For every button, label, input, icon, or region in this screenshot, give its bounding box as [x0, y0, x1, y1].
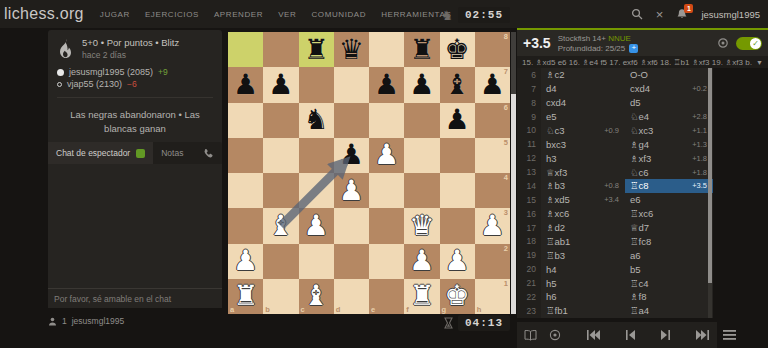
eval-gauge	[511, 32, 516, 314]
black-move[interactable]: b5	[625, 262, 675, 276]
square-b3[interactable]: ♝	[263, 208, 298, 243]
move-row-14: 14♗b3+0.8♖c8+3.5	[517, 179, 713, 193]
move-number: 12	[517, 151, 541, 165]
chat-tab-label: Chat de espectador	[56, 148, 130, 158]
file-label-d: d	[336, 306, 341, 314]
black-move[interactable]: ♘c6	[625, 165, 675, 179]
square-b7[interactable]: ♟	[263, 67, 298, 102]
black-move[interactable]: ♗xf3	[625, 151, 675, 165]
square-d1[interactable]: d	[334, 279, 369, 314]
black-king-g8: ♚	[440, 32, 475, 67]
move-number: 8	[517, 96, 541, 110]
white-move[interactable]: ♖fb1	[541, 304, 587, 318]
black-move[interactable]: ♖xc6	[625, 207, 675, 221]
square-a3[interactable]	[228, 208, 263, 243]
engine-nnue-badge: NNUE	[608, 34, 631, 43]
square-h4[interactable]: 4	[475, 173, 510, 208]
move-row-19: 19♖b3a6	[517, 248, 713, 262]
rank-label-7: 7	[504, 68, 508, 76]
black-move[interactable]: ♕d7	[625, 221, 675, 235]
move-row-22: 22h6♗f8	[517, 290, 713, 304]
chat-input[interactable]	[48, 294, 222, 304]
chat-box: Chat de espectador Notas	[48, 142, 222, 308]
notification-bell-icon[interactable]: 1	[676, 8, 688, 20]
square-a5[interactable]	[228, 138, 263, 173]
white-move[interactable]: ♘c3	[541, 124, 587, 138]
rank-label-2: 2	[504, 245, 508, 253]
first-move-button[interactable]	[587, 330, 600, 340]
chat-input-row	[48, 288, 222, 308]
square-g7[interactable]: ♝	[440, 67, 475, 102]
engine-depth: Profundidad: 25/25	[558, 44, 626, 53]
player-name: vjap55 (2130)	[67, 79, 122, 89]
white-move-eval	[587, 290, 625, 304]
white-move-eval	[587, 221, 625, 235]
square-g6[interactable]: ♟	[440, 103, 475, 138]
square-h3[interactable]: 3♟	[475, 208, 510, 243]
move-row-8: 8cxd4d5	[517, 96, 713, 110]
move-number: 16	[517, 207, 541, 221]
clock-black: ♞ 02:55	[228, 7, 510, 23]
square-g1[interactable]: g♚	[440, 279, 475, 314]
rank-label-8: 8	[504, 33, 508, 41]
nav-right: × 1 jesusmgl1995	[631, 8, 760, 21]
move-row-11: 11bxc3♗g4+1.3	[517, 137, 713, 151]
square-c8[interactable]: ♜	[299, 32, 334, 67]
engine-toggle-knob: ✓	[750, 38, 761, 49]
white-move[interactable]: h6	[541, 290, 587, 304]
black-move[interactable]: ♗g4	[625, 137, 675, 151]
white-pawn-f2: ♟	[404, 244, 439, 279]
clock-white-time: 04:13	[458, 315, 510, 331]
square-b8[interactable]	[263, 32, 298, 67]
square-d3[interactable]	[334, 208, 369, 243]
square-c1[interactable]: c♝	[299, 279, 334, 314]
engine-eval: +3.5	[523, 35, 551, 51]
white-move[interactable]: e5	[541, 110, 587, 124]
square-f7[interactable]: ♟	[404, 67, 439, 102]
file-label-c: c	[301, 306, 305, 314]
pv-text: 15. ♗xd5 e6 16. ♗e4 f5 17. exf6 ♗xf6 18.…	[522, 58, 752, 67]
move-number: 14	[517, 179, 541, 193]
square-g8[interactable]: ♚	[440, 32, 475, 67]
square-c5[interactable]	[299, 138, 334, 173]
prev-move-button[interactable]	[626, 330, 635, 340]
nav-item-ejercicios[interactable]: EJERCICIOS	[145, 10, 199, 19]
white-rook-f1: ♜	[404, 279, 439, 314]
white-queen-f3: ♛	[404, 208, 439, 243]
square-a7[interactable]: ♟	[228, 67, 263, 102]
move-number: 19	[517, 248, 541, 262]
pv-row[interactable]: 15. ♗xd5 e6 16. ♗e4 f5 17. exf6 ♗xf6 18.…	[517, 56, 768, 68]
square-a8[interactable]	[228, 32, 263, 67]
move-row-13: 13♕xf3♘c6+1.8	[517, 165, 713, 179]
black-move[interactable]: ♗f8	[625, 290, 675, 304]
player-name: jesusmgl1995 (2085)	[69, 67, 153, 77]
game-meta-line2: hace 2 días	[82, 50, 179, 60]
square-e5[interactable]: ♟	[369, 138, 404, 173]
black-move[interactable]: ♖fc8	[625, 235, 675, 249]
next-move-button[interactable]	[661, 330, 670, 340]
white-move[interactable]: h5	[541, 276, 587, 290]
square-e7[interactable]: ♟	[369, 67, 404, 102]
rank-label-1: 1	[504, 280, 508, 288]
black-move[interactable]: cxd4	[625, 82, 675, 96]
move-list-scrollbar[interactable]	[708, 68, 712, 318]
rating-delta: +9	[158, 67, 168, 77]
move-row-10: 10♘c3+0.9♘xc3+1.1	[517, 124, 713, 138]
clock-white: 04:13	[228, 315, 510, 331]
lichess-app: lichess.org JUGAREJERCICIOSAPRENDERVERCO…	[0, 0, 768, 348]
square-b6[interactable]	[263, 103, 298, 138]
nav-username[interactable]: jesusmgl1995	[701, 9, 760, 20]
square-f8[interactable]: ♜	[404, 32, 439, 67]
square-d2[interactable]	[334, 244, 369, 279]
square-f6[interactable]	[404, 103, 439, 138]
black-rook-c8: ♜	[299, 32, 334, 67]
move-number: 13	[517, 165, 541, 179]
move-number: 9	[517, 110, 541, 124]
square-e4[interactable]	[369, 173, 404, 208]
lichess-logo[interactable]: lichess.org	[4, 5, 84, 23]
chevron-down-icon[interactable]: ▼	[756, 59, 763, 66]
white-move[interactable]: h4	[541, 262, 587, 276]
move-row-7: 7d4cxd4+0.2	[517, 82, 713, 96]
black-move[interactable]: ♘e4	[625, 110, 675, 124]
square-d7[interactable]	[334, 67, 369, 102]
square-c2[interactable]	[299, 244, 334, 279]
chat-toggle[interactable]	[136, 149, 145, 158]
white-pawn-a2: ♟	[228, 244, 263, 279]
black-move[interactable]: a6	[625, 248, 675, 262]
black-rook-f8: ♜	[404, 32, 439, 67]
rating-delta: −6	[127, 79, 137, 89]
square-b5[interactable]	[263, 138, 298, 173]
opening-book-icon[interactable]	[524, 330, 537, 341]
search-icon[interactable]	[631, 8, 643, 20]
square-c7[interactable]	[299, 67, 334, 102]
move-number: 22	[517, 290, 541, 304]
square-e1[interactable]: e	[369, 279, 404, 314]
black-pawn-g6: ♟	[440, 103, 475, 138]
square-h5[interactable]: 5	[475, 138, 510, 173]
black-pawn-f7: ♟	[404, 67, 439, 102]
square-h6[interactable]: 6	[475, 103, 510, 138]
rank-label-5: 5	[504, 139, 508, 147]
file-label-g: g	[442, 306, 447, 314]
file-label-e: e	[371, 306, 375, 314]
white-move[interactable]: ♗c2	[541, 68, 587, 82]
move-number: 21	[517, 276, 541, 290]
white-move-eval	[587, 165, 625, 179]
white-move-eval	[587, 207, 625, 221]
white-move-eval: +0.9	[587, 124, 625, 138]
menu-icon[interactable]	[723, 330, 736, 340]
move-number: 23	[517, 304, 541, 318]
white-move[interactable]: ♗d2	[541, 221, 587, 235]
game-meta-line1: 5+0 • Por puntos • Blitz	[82, 37, 179, 48]
square-d6[interactable]	[334, 103, 369, 138]
player-black[interactable]: vjap55 (2130)−6	[57, 79, 213, 89]
square-b4[interactable]	[263, 173, 298, 208]
black-move[interactable]: d5	[625, 96, 675, 110]
square-h8[interactable]: 8	[475, 32, 510, 67]
spectator-names[interactable]: jesusmgl1995	[72, 316, 124, 326]
white-move-eval	[587, 82, 625, 96]
black-queen-d8: ♛	[334, 32, 369, 67]
scrollbar-thumb[interactable]	[708, 68, 712, 283]
hourglass-icon	[444, 317, 453, 329]
gear-icon[interactable]	[717, 37, 729, 49]
black-move[interactable]: e6	[625, 193, 675, 207]
rank-label-6: 6	[504, 104, 508, 112]
game-result-text: Las negras abandonaron • Las blancas gan…	[57, 104, 213, 144]
white-pawn-e5: ♟	[369, 138, 404, 173]
player-white[interactable]: jesusmgl1995 (2085)+9	[57, 67, 213, 77]
move-number: 15	[517, 193, 541, 207]
white-bishop-b3: ♝	[263, 208, 298, 243]
white-move[interactable]: bxc3	[541, 137, 587, 151]
white-move[interactable]: ♖b3	[541, 248, 587, 262]
captured-knight-icon: ♞	[441, 9, 453, 22]
spectator-row: 1 jesusmgl1995	[48, 316, 124, 326]
file-label-h: h	[477, 306, 482, 314]
white-move-eval: +3.4	[587, 193, 625, 207]
square-h1[interactable]: h1	[475, 279, 510, 314]
square-f5[interactable]	[404, 138, 439, 173]
square-e3[interactable]	[369, 208, 404, 243]
rank-label-4: 4	[504, 174, 508, 182]
square-e2[interactable]	[369, 244, 404, 279]
move-row-23: 23♖fb1♖a4	[517, 304, 713, 318]
practice-target-icon[interactable]	[549, 329, 561, 341]
black-move[interactable]: O-O	[625, 68, 675, 82]
move-number: 17	[517, 221, 541, 235]
white-move-eval	[587, 68, 625, 82]
square-h2[interactable]: 2	[475, 244, 510, 279]
move-number: 18	[517, 235, 541, 249]
analysis-panel: +3.5 Stockfish 14+ NNUE Profundidad: 25/…	[517, 28, 768, 348]
add-depth-button[interactable]: +	[629, 44, 638, 53]
white-pawn-g2: ♟	[440, 244, 475, 279]
square-d5[interactable]: ♟	[334, 138, 369, 173]
square-d8[interactable]: ♛	[334, 32, 369, 67]
black-pawn-b7: ♟	[263, 67, 298, 102]
white-move[interactable]: ♗b3	[541, 179, 587, 193]
notes-tab-label: Notas	[161, 148, 183, 158]
move-row-15: 15♗xd5+3.4e6	[517, 193, 713, 207]
move-table: 6♗c2O-O7d4cxd4+0.28cxd4d59e5♘e4+2.810♘c3…	[517, 68, 713, 318]
square-b1[interactable]: b	[263, 279, 298, 314]
white-move[interactable]: ♖ab1	[541, 235, 587, 249]
square-c4[interactable]	[299, 173, 334, 208]
white-move-eval	[587, 248, 625, 262]
square-g5[interactable]	[440, 138, 475, 173]
player-list: jesusmgl1995 (2085)+9vjap55 (2130)−6	[57, 67, 213, 98]
engine-toggle[interactable]: ✓	[736, 37, 762, 50]
square-e8[interactable]	[369, 32, 404, 67]
white-move-eval	[587, 235, 625, 249]
engine-header: +3.5 Stockfish 14+ NNUE Profundidad: 25/…	[517, 28, 768, 56]
move-number: 11	[517, 137, 541, 151]
move-number: 20	[517, 262, 541, 276]
black-move[interactable]: ♘xc3	[625, 124, 675, 138]
white-move-eval	[587, 110, 625, 124]
engine-name: Stockfish 14+	[558, 34, 606, 43]
black-pawn-d5: ♟	[334, 138, 369, 173]
black-knight-c6: ♞	[299, 103, 334, 138]
white-disc-icon	[57, 69, 64, 76]
tab-spectator-chat[interactable]: Chat de espectador	[48, 142, 153, 164]
white-move[interactable]: ♗xc6	[541, 207, 587, 221]
move-row-17: 17♗d2♕d7	[517, 221, 713, 235]
person-icon	[48, 317, 57, 326]
square-g4[interactable]	[440, 173, 475, 208]
black-move[interactable]: ♖a4	[625, 304, 675, 318]
move-row-6: 6♗c2O-O	[517, 68, 713, 82]
black-disc-icon	[57, 82, 62, 87]
analysis-controls	[517, 322, 717, 348]
move-number: 6	[517, 68, 541, 82]
move-row-21: 21h5♖c4	[517, 276, 713, 290]
white-move-eval	[587, 137, 625, 151]
square-d4[interactable]: ♟	[334, 173, 369, 208]
eval-gauge-fill	[511, 94, 516, 314]
white-move[interactable]: cxd4	[541, 96, 587, 110]
square-b2[interactable]	[263, 244, 298, 279]
blitz-flame-icon	[57, 38, 74, 60]
chat-messages	[48, 164, 222, 288]
black-move[interactable]: ♖c8	[625, 179, 675, 193]
chat-tabs: Chat de espectador Notas	[48, 142, 222, 164]
square-f2[interactable]: ♟	[404, 244, 439, 279]
square-f4[interactable]	[404, 173, 439, 208]
file-label-a: a	[230, 306, 234, 314]
square-h7[interactable]: 7♟	[475, 67, 510, 102]
white-move-eval	[587, 151, 625, 165]
square-g3[interactable]	[440, 208, 475, 243]
nav-item-jugar[interactable]: JUGAR	[100, 10, 130, 19]
square-a6[interactable]	[228, 103, 263, 138]
square-a4[interactable]	[228, 173, 263, 208]
square-g2[interactable]: ♟	[440, 244, 475, 279]
notification-badge: 1	[684, 4, 693, 13]
black-bishop-g7: ♝	[440, 67, 475, 102]
spectator-count: 1	[62, 316, 67, 326]
white-move-eval	[587, 96, 625, 110]
chess-board: ♜♛♜♚8♟♟♟♟♝7♟♞♟6♟♟5♟4♝♟♛3♟♟♟♟2a♜bc♝def♜g♚…	[228, 32, 510, 314]
white-move-eval	[587, 304, 625, 318]
move-row-16: 16♗xc6♖xc6	[517, 207, 713, 221]
white-move[interactable]: d4	[541, 82, 587, 96]
phone-icon[interactable]	[203, 148, 222, 159]
white-move[interactable]: ♕xf3	[541, 165, 587, 179]
move-row-20: 20h4b5	[517, 262, 713, 276]
white-pawn-d4: ♟	[334, 173, 369, 208]
square-a1[interactable]: a♜	[228, 279, 263, 314]
board-area: ♜♛♜♚8♟♟♟♟♝7♟♞♟6♟♟5♟4♝♟♛3♟♟♟♟2a♜bc♝def♜g♚…	[228, 32, 510, 314]
rank-label-3: 3	[504, 209, 508, 217]
last-move-button[interactable]	[696, 330, 709, 340]
clock-black-time: 02:55	[458, 7, 510, 23]
white-move-eval: +0.8	[587, 179, 625, 193]
tab-notes[interactable]: Notas	[153, 142, 191, 164]
file-label-b: b	[265, 306, 270, 314]
square-f1[interactable]: f♜	[404, 279, 439, 314]
move-row-9: 9e5♘e4+2.8	[517, 110, 713, 124]
move-row-12: 12h3♗xf3+1.8	[517, 151, 713, 165]
white-move[interactable]: h3	[541, 151, 587, 165]
black-pawn-e7: ♟	[369, 67, 404, 102]
square-a2[interactable]: ♟	[228, 244, 263, 279]
white-move-eval	[587, 262, 625, 276]
white-move-eval	[587, 276, 625, 290]
white-pawn-c3: ♟	[299, 208, 334, 243]
close-icon[interactable]: ×	[656, 8, 664, 21]
move-number: 10	[517, 124, 541, 138]
white-move[interactable]: ♗xd5	[541, 193, 587, 207]
black-move[interactable]: ♖c4	[625, 276, 675, 290]
square-e6[interactable]	[369, 103, 404, 138]
move-number: 7	[517, 82, 541, 96]
black-pawn-a7: ♟	[228, 67, 263, 102]
move-row-18: 18♖ab1♖fc8	[517, 235, 713, 249]
square-f3[interactable]: ♛	[404, 208, 439, 243]
square-c3[interactable]: ♟	[299, 208, 334, 243]
square-c6[interactable]: ♞	[299, 103, 334, 138]
file-label-f: f	[406, 306, 409, 314]
